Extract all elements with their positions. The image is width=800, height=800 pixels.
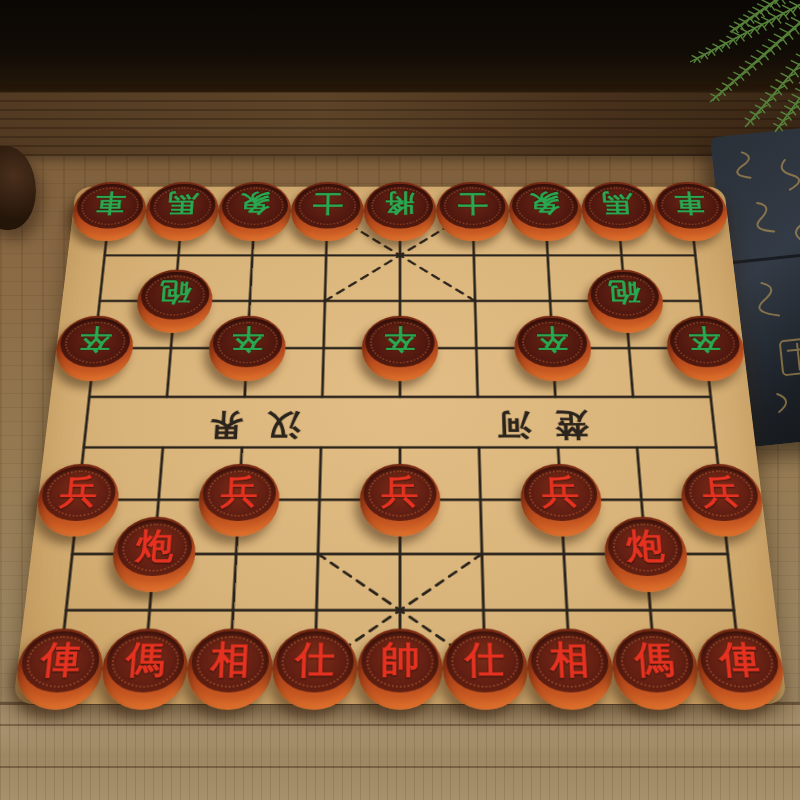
piece-glyph: 卒: [513, 316, 592, 365]
grid-lines: [13, 187, 787, 704]
fern-plant: [560, 0, 800, 142]
piece-glyph: 俥: [15, 629, 106, 690]
piece-glyph: 車: [651, 182, 728, 227]
piece-glyph: 炮: [111, 517, 197, 574]
piece-green-advisor-right[interactable]: 士: [436, 182, 510, 241]
plank-seam: [0, 724, 800, 726]
piece-glyph: 兵: [36, 464, 122, 519]
scene: 汉界 楚河 No. 車馬象士將士象馬車砲砲卒卒卒卒卒兵兵兵兵兵炮炮俥傌相仕帥仕相…: [0, 0, 800, 800]
piece-glyph: 象: [217, 182, 292, 227]
river-right-label: 楚河: [473, 405, 590, 445]
piece-glyph: 卒: [208, 316, 287, 365]
piece-glyph: 兵: [678, 464, 764, 519]
piece-glyph: 兵: [360, 464, 441, 519]
piece-glyph: 相: [526, 629, 614, 690]
piece-glyph: 兵: [198, 464, 281, 519]
piece-glyph: 傌: [100, 629, 190, 690]
piece-glyph: 相: [186, 629, 274, 690]
piece-glyph: 炮: [602, 517, 688, 574]
piece-glyph: 傌: [610, 629, 700, 690]
piece-glyph: 象: [508, 182, 583, 227]
piece-glyph: 仕: [442, 629, 528, 690]
plank-seam: [0, 766, 800, 768]
piece-glyph: 砲: [136, 270, 215, 318]
piece-glyph: 砲: [586, 270, 665, 318]
piece-red-advisor-right[interactable]: 仕: [442, 629, 529, 710]
piece-glyph: 俥: [694, 629, 785, 690]
piece-glyph: 馬: [580, 182, 656, 227]
foreground-plank-wood: [0, 702, 800, 800]
piece-glyph: 卒: [362, 316, 439, 365]
board-mat: 汉界 楚河 No. 車馬象士將士象馬車砲砲卒卒卒卒卒兵兵兵兵兵炮炮俥傌相仕帥仕相…: [13, 187, 787, 704]
piece-glyph: 兵: [519, 464, 602, 519]
piece-glyph: 仕: [272, 629, 358, 690]
piece-red-soldier-3[interactable]: 兵: [359, 464, 440, 537]
piece-glyph: 將: [363, 182, 436, 227]
piece-green-soldier-3[interactable]: 卒: [361, 316, 438, 381]
xiangqi-board: 汉界 楚河 No. 車馬象士將士象馬車砲砲卒卒卒卒卒兵兵兵兵兵炮炮俥傌相仕帥仕相…: [13, 187, 787, 704]
river-left-label: 汉界: [184, 405, 301, 445]
piece-glyph: 卒: [54, 316, 136, 365]
piece-green-general[interactable]: 將: [363, 182, 436, 241]
piece-glyph: 馬: [144, 182, 220, 227]
piece-glyph: 車: [71, 182, 148, 227]
piece-glyph: 士: [290, 182, 364, 227]
piece-glyph: 士: [436, 182, 510, 227]
piece-glyph: 卒: [664, 316, 746, 365]
piece-red-general[interactable]: 帥: [357, 629, 443, 710]
piece-glyph: 帥: [357, 629, 443, 690]
